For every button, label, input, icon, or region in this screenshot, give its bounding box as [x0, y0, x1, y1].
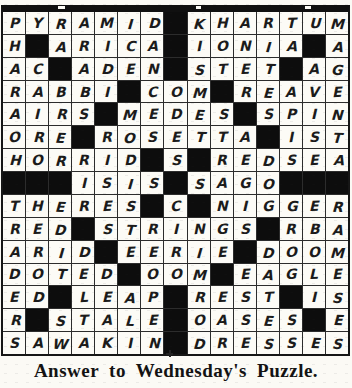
- cell-letter: A: [331, 40, 342, 54]
- letter-cell: O: [211, 35, 233, 57]
- cell-letter: K: [101, 336, 112, 350]
- letter-cell: A: [280, 35, 302, 57]
- letter-cell: R: [72, 149, 94, 171]
- letter-cell: V: [303, 81, 325, 103]
- letter-cell: A: [3, 241, 25, 263]
- letter-cell: S: [280, 149, 302, 171]
- letter-cell: M: [326, 241, 348, 263]
- letter-cell: M: [95, 12, 117, 34]
- cell-letter: R: [331, 200, 342, 214]
- letter-cell: S: [49, 309, 71, 331]
- letter-cell: D: [164, 103, 186, 125]
- letter-cell: E: [211, 241, 233, 263]
- letter-cell: S: [141, 126, 163, 148]
- cell-letter: P: [147, 290, 158, 304]
- letter-cell: H: [26, 195, 48, 217]
- cell-letter: S: [217, 107, 227, 121]
- letter-cell: I: [118, 332, 140, 354]
- letter-cell: A: [141, 35, 163, 57]
- letter-cell: A: [326, 149, 348, 171]
- letter-cell: I: [280, 126, 302, 148]
- cell-letter: R: [78, 153, 89, 167]
- letter-cell: E: [118, 58, 140, 80]
- cell-letter: S: [78, 107, 89, 122]
- letter-cell: O: [303, 241, 325, 263]
- letter-cell: E: [326, 81, 348, 103]
- letter-cell: E: [72, 264, 94, 286]
- cell-letter: O: [169, 84, 181, 98]
- black-cell: [141, 149, 163, 171]
- letter-cell: T: [188, 126, 210, 148]
- black-cell: [118, 264, 140, 286]
- cell-letter: H: [31, 199, 43, 213]
- letter-cell: K: [188, 12, 210, 34]
- cell-letter: S: [332, 291, 343, 305]
- cell-letter: R: [10, 313, 21, 327]
- letter-cell: I: [303, 103, 325, 125]
- black-cell: [164, 12, 186, 34]
- black-cell: [280, 286, 302, 308]
- letter-cell: O: [3, 126, 25, 148]
- cell-letter: N: [331, 108, 343, 122]
- letter-cell: A: [234, 126, 256, 148]
- cell-letter: A: [216, 313, 227, 327]
- cell-letter: S: [193, 177, 204, 191]
- cell-letter: A: [216, 176, 227, 190]
- cell-letter: Y: [32, 16, 42, 30]
- cell-letter: R: [262, 16, 273, 31]
- letter-cell: S: [257, 103, 279, 125]
- cell-letter: A: [78, 62, 89, 76]
- cell-letter: A: [332, 153, 343, 167]
- letter-cell: A: [234, 12, 256, 34]
- cell-letter: S: [285, 313, 296, 328]
- letter-cell: R: [3, 81, 25, 103]
- letter-cell: I: [118, 172, 140, 194]
- cell-letter: O: [308, 244, 321, 259]
- cell-letter: O: [285, 244, 297, 258]
- letter-cell: E: [26, 218, 48, 240]
- letter-cell: E: [141, 241, 163, 263]
- cell-letter: T: [78, 313, 88, 327]
- cell-letter: E: [193, 108, 203, 122]
- cell-letter: R: [77, 199, 88, 214]
- cell-letter: A: [124, 291, 135, 305]
- letter-cell: B: [72, 81, 94, 103]
- letter-cell: S: [280, 332, 302, 354]
- letter-cell: I: [49, 241, 71, 263]
- cell-letter: E: [309, 153, 319, 167]
- cell-letter: D: [8, 267, 20, 281]
- cell-letter: W: [52, 337, 68, 352]
- cell-letter: S: [193, 62, 204, 76]
- cell-letter: I: [196, 246, 202, 260]
- black-cell: [118, 81, 140, 103]
- letter-cell: R: [188, 286, 210, 308]
- cell-letter: O: [262, 177, 274, 191]
- black-cell: [326, 172, 348, 194]
- letter-cell: M: [188, 264, 210, 286]
- cell-letter: G: [331, 62, 343, 76]
- cell-letter: I: [126, 17, 132, 31]
- letter-cell: G: [280, 195, 302, 217]
- cell-letter: D: [262, 245, 274, 259]
- cell-letter: A: [239, 16, 250, 30]
- cell-letter: I: [57, 246, 63, 260]
- letter-cell: E: [303, 149, 325, 171]
- border-wear-mark: [305, 6, 311, 9]
- cell-letter: S: [286, 336, 296, 350]
- cell-letter: E: [309, 199, 319, 213]
- letter-cell: R: [211, 332, 233, 354]
- black-cell: [141, 195, 163, 217]
- letter-cell: O: [118, 126, 140, 148]
- letter-cell: B: [303, 218, 325, 240]
- letter-cell: E: [164, 126, 186, 148]
- letter-cell: I: [72, 172, 94, 194]
- letter-cell: Y: [26, 12, 48, 34]
- cell-letter: T: [217, 130, 227, 144]
- cell-letter: S: [240, 290, 250, 304]
- letter-cell: I: [95, 81, 117, 103]
- letter-cell: S: [257, 332, 279, 354]
- letter-cell: T: [72, 309, 94, 331]
- letter-cell: S: [211, 103, 233, 125]
- letter-cell: A: [26, 332, 48, 354]
- letter-cell: R: [26, 126, 48, 148]
- letter-cell: E: [141, 103, 163, 125]
- letter-cell: N: [211, 195, 233, 217]
- letter-cell: E: [3, 286, 25, 308]
- cell-letter: C: [32, 61, 43, 76]
- letter-cell: E: [303, 195, 325, 217]
- cell-letter: D: [262, 154, 274, 168]
- cell-letter: E: [240, 62, 250, 76]
- cell-letter: S: [262, 107, 273, 122]
- cell-letter: I: [126, 336, 132, 350]
- cell-letter: P: [286, 107, 297, 121]
- cell-letter: S: [9, 336, 19, 350]
- letter-cell: H: [3, 35, 25, 57]
- cell-letter: E: [332, 267, 342, 281]
- cell-letter: E: [124, 61, 134, 75]
- cell-letter: C: [147, 84, 158, 99]
- cell-letter: O: [192, 313, 205, 328]
- cell-letter: H: [8, 38, 20, 53]
- cell-letter: R: [9, 84, 20, 98]
- letter-cell: I: [95, 35, 117, 57]
- cell-letter: E: [263, 314, 273, 328]
- cell-letter: E: [240, 336, 250, 350]
- cell-letter: O: [146, 267, 159, 282]
- letter-cell: S: [118, 195, 140, 217]
- letter-cell: R: [3, 309, 25, 331]
- letter-cell: O: [26, 264, 48, 286]
- letter-cell: T: [257, 286, 279, 308]
- cell-letter: R: [54, 154, 65, 168]
- cell-letter: C: [125, 39, 136, 53]
- letter-cell: E: [118, 241, 140, 263]
- cell-letter: A: [54, 40, 65, 54]
- letter-cell: S: [234, 286, 256, 308]
- letter-cell: I: [303, 286, 325, 308]
- letter-cell: R: [49, 103, 71, 125]
- cell-letter: A: [262, 268, 273, 282]
- letter-cell: E: [257, 309, 279, 331]
- cell-letter: I: [173, 222, 178, 236]
- letter-cell: D: [95, 58, 117, 80]
- letter-cell: R: [164, 241, 186, 263]
- cell-letter: L: [309, 267, 318, 281]
- cell-letter: E: [124, 244, 134, 258]
- letter-cell: O: [26, 149, 48, 171]
- cell-letter: A: [32, 84, 43, 98]
- cell-letter: T: [264, 62, 274, 76]
- letter-cell: G: [326, 58, 348, 80]
- cell-letter: E: [101, 199, 111, 213]
- letter-cell: D: [188, 332, 210, 354]
- cell-letter: E: [240, 267, 250, 281]
- black-cell: [49, 172, 71, 194]
- letter-cell: I: [95, 149, 117, 171]
- letter-cell: T: [280, 12, 302, 34]
- letter-cell: R: [280, 218, 302, 240]
- cell-letter: D: [101, 62, 113, 76]
- cell-letter: O: [169, 267, 181, 281]
- cell-letter: E: [171, 130, 181, 144]
- cell-letter: S: [147, 130, 157, 144]
- letter-cell: R: [257, 12, 279, 34]
- cell-letter: M: [330, 17, 344, 31]
- cell-letter: K: [193, 17, 204, 31]
- cell-letter: E: [9, 290, 19, 304]
- cell-letter: T: [56, 267, 66, 281]
- newspaper-clipping: PYRAMIDKHARTUMHARICAIONIAAACADENSTETAGRA…: [0, 0, 352, 388]
- black-cell: [26, 35, 48, 57]
- letter-cell: T: [3, 195, 25, 217]
- letter-cell: E: [234, 332, 256, 354]
- letter-cell: T: [326, 126, 348, 148]
- letter-cell: E: [326, 309, 348, 331]
- letter-cell: N: [188, 218, 210, 240]
- letter-cell: R: [49, 149, 71, 171]
- letter-cell: T: [211, 126, 233, 148]
- cell-letter: T: [9, 199, 19, 213]
- cell-letter: I: [104, 84, 109, 98]
- cell-letter: S: [240, 313, 250, 327]
- cell-letter: R: [147, 222, 158, 236]
- cell-letter: M: [191, 268, 205, 282]
- letter-cell: A: [72, 58, 94, 80]
- cell-letter: H: [216, 16, 228, 30]
- letter-cell: A: [3, 58, 25, 80]
- letter-cell: A: [72, 12, 94, 34]
- letter-cell: T: [118, 218, 140, 240]
- letter-cell: A: [211, 309, 233, 331]
- cell-letter: E: [263, 85, 273, 99]
- black-cell: [211, 81, 233, 103]
- letter-cell: S: [188, 58, 210, 80]
- black-cell: [234, 103, 256, 125]
- cell-letter: I: [103, 39, 109, 53]
- letter-cell: O: [164, 81, 186, 103]
- letter-cell: R: [234, 81, 256, 103]
- cell-letter: S: [125, 199, 135, 213]
- cell-letter: R: [216, 153, 227, 168]
- cell-letter: O: [31, 153, 44, 168]
- cell-letter: M: [122, 108, 136, 122]
- cell-letter: I: [265, 40, 271, 54]
- cell-letter: N: [147, 336, 159, 350]
- cell-letter: R: [33, 130, 44, 144]
- letter-cell: E: [141, 309, 163, 331]
- cell-letter: T: [195, 130, 205, 144]
- letter-cell: M: [326, 12, 348, 34]
- cell-letter: D: [147, 16, 159, 30]
- cell-letter: A: [77, 16, 89, 31]
- cell-letter: A: [239, 130, 250, 144]
- cell-letter: M: [191, 85, 205, 99]
- letter-cell: C: [141, 81, 163, 103]
- cell-letter: S: [286, 153, 296, 167]
- letter-cell: P: [3, 12, 25, 34]
- cell-letter: G: [286, 199, 298, 213]
- black-cell: [72, 218, 94, 240]
- letter-cell: E: [234, 149, 256, 171]
- cell-letter: N: [216, 199, 228, 213]
- letter-cell: M: [188, 81, 210, 103]
- cell-letter: S: [309, 130, 319, 144]
- letter-cell: T: [211, 58, 233, 80]
- letter-cell: I: [234, 195, 256, 217]
- letter-cell: H: [211, 12, 233, 34]
- cell-letter: E: [217, 290, 227, 304]
- black-cell: [257, 126, 279, 148]
- letter-cell: E: [234, 264, 256, 286]
- cell-letter: E: [216, 244, 226, 258]
- black-cell: [303, 35, 325, 57]
- letter-cell: N: [141, 332, 163, 354]
- letter-cell: S: [326, 286, 348, 308]
- cell-letter: R: [31, 244, 42, 259]
- cell-letter: O: [216, 39, 228, 53]
- letter-cell: C: [118, 35, 140, 57]
- letter-cell: T: [49, 264, 71, 286]
- letter-cell: N: [141, 58, 163, 80]
- letter-cell: A: [118, 286, 140, 308]
- letter-cell: S: [326, 332, 348, 354]
- cell-letter: E: [78, 267, 88, 281]
- cell-letter: S: [102, 222, 112, 236]
- letter-cell: R: [95, 126, 117, 148]
- cell-letter: N: [239, 39, 251, 53]
- letter-cell: S: [280, 309, 302, 331]
- cell-letter: E: [148, 313, 158, 327]
- cell-letter: R: [56, 107, 67, 121]
- black-cell: [95, 103, 117, 125]
- letter-cell: E: [234, 58, 256, 80]
- black-cell: [280, 172, 302, 194]
- cell-letter: R: [216, 336, 227, 351]
- cell-letter: O: [31, 267, 43, 281]
- cell-letter: G: [285, 267, 297, 281]
- cell-letter: S: [240, 222, 250, 236]
- letter-cell: O: [280, 241, 302, 263]
- cell-letter: B: [308, 222, 319, 236]
- letter-cell: I: [257, 35, 279, 57]
- letter-cell: L: [118, 309, 140, 331]
- cell-letter: I: [126, 177, 132, 191]
- black-cell: [164, 172, 186, 194]
- letter-cell: I: [188, 241, 210, 263]
- cell-letter: T: [124, 223, 134, 237]
- letter-cell: A: [280, 81, 302, 103]
- cell-letter: G: [239, 176, 251, 191]
- letter-cell: E: [188, 103, 210, 125]
- letter-cell: O: [141, 264, 163, 286]
- border-wear-mark: [58, 6, 65, 9]
- letter-cell: S: [95, 172, 117, 194]
- letter-cell: R: [141, 218, 163, 240]
- cell-letter: G: [262, 199, 274, 214]
- letter-cell: G: [257, 195, 279, 217]
- cell-letter: S: [55, 314, 66, 328]
- cell-letter: U: [309, 16, 321, 30]
- letter-cell: G: [280, 264, 302, 286]
- letter-cell: O: [257, 172, 279, 194]
- letter-cell: I: [118, 12, 140, 34]
- letter-cell: O: [164, 264, 186, 286]
- letter-cell: D: [257, 149, 279, 171]
- letter-cell: E: [257, 81, 279, 103]
- cell-letter: T: [332, 131, 342, 145]
- letter-cell: A: [95, 309, 117, 331]
- cell-letter: E: [101, 290, 111, 304]
- letter-cell: D: [49, 218, 71, 240]
- cell-letter: E: [55, 200, 65, 214]
- letter-cell: A: [326, 35, 348, 57]
- letter-cell: A: [326, 218, 348, 240]
- cell-letter: E: [332, 84, 342, 98]
- letter-cell: C: [164, 195, 186, 217]
- cell-letter: D: [54, 223, 66, 237]
- cell-letter: T: [263, 290, 273, 304]
- cell-letter: E: [333, 313, 343, 327]
- black-cell: [72, 126, 94, 148]
- cell-letter: O: [8, 130, 21, 145]
- letter-cell: R: [326, 195, 348, 217]
- cell-letter: R: [240, 84, 251, 98]
- letter-cell: R: [26, 241, 48, 263]
- cell-letter: R: [194, 290, 205, 304]
- border-wear-mark: [196, 6, 201, 9]
- letter-cell: S: [188, 172, 210, 194]
- letter-cell: K: [95, 332, 117, 354]
- letter-cell: D: [72, 241, 94, 263]
- letter-cell: R: [72, 195, 94, 217]
- cell-letter: L: [125, 314, 134, 328]
- cell-letter: I: [311, 290, 316, 304]
- letter-cell: N: [326, 103, 348, 125]
- cell-letter: A: [101, 313, 113, 328]
- letter-cell: E: [303, 332, 325, 354]
- cell-letter: G: [216, 222, 228, 236]
- cell-letter: I: [34, 107, 39, 121]
- cell-letter: A: [331, 223, 342, 237]
- cell-letter: T: [286, 16, 296, 30]
- cell-letter: N: [146, 62, 158, 76]
- cell-letter: A: [78, 336, 89, 350]
